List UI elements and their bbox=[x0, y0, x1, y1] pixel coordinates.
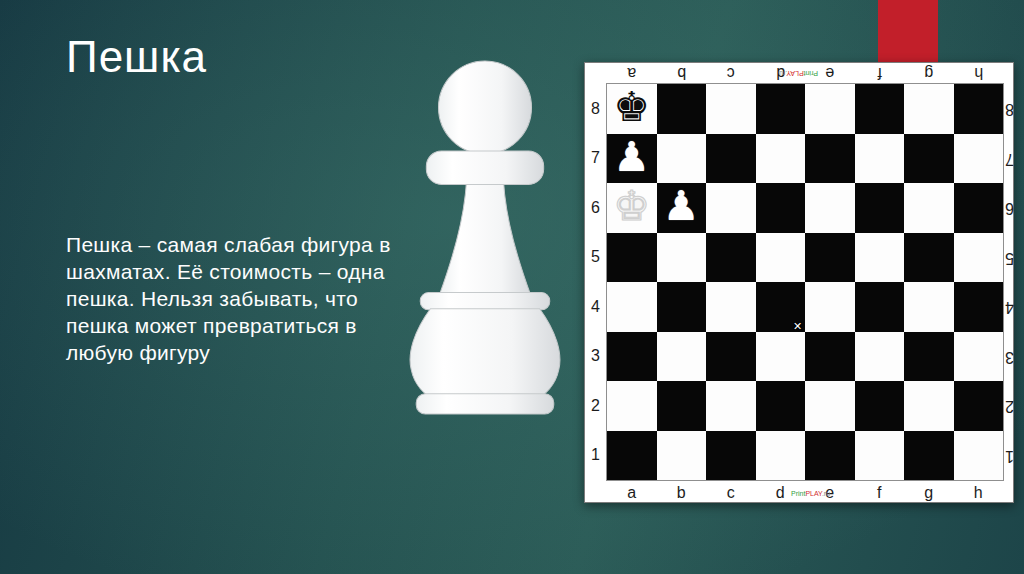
coordinate-label: a bbox=[607, 481, 657, 504]
white-pawn: ♟ bbox=[613, 137, 650, 178]
square-e6 bbox=[805, 183, 855, 233]
square-g2 bbox=[904, 381, 954, 431]
white-pawn: ♟ bbox=[663, 186, 700, 227]
watermark-text: .ru bbox=[779, 70, 787, 77]
coordinate-label: c bbox=[706, 63, 756, 83]
watermark-text: Print bbox=[791, 490, 805, 497]
square-g7 bbox=[904, 134, 954, 184]
square-b4 bbox=[657, 282, 707, 332]
square-e4 bbox=[805, 282, 855, 332]
square-a2 bbox=[607, 381, 657, 431]
square-c5 bbox=[706, 233, 756, 283]
square-d6 bbox=[756, 183, 806, 233]
square-a1 bbox=[607, 431, 657, 481]
square-d5 bbox=[756, 233, 806, 283]
square-h2 bbox=[954, 381, 1004, 431]
coordinate-label: b bbox=[657, 63, 707, 83]
square-b2 bbox=[657, 381, 707, 431]
square-e3 bbox=[805, 332, 855, 382]
coordinate-label: f bbox=[855, 481, 905, 504]
white-king: ♚ bbox=[613, 186, 650, 227]
coordinate-label: 4 bbox=[585, 282, 606, 332]
square-a4 bbox=[607, 282, 657, 332]
square-c6 bbox=[706, 183, 756, 233]
coordinate-label: 5 bbox=[1004, 233, 1015, 283]
square-b8 bbox=[657, 84, 707, 134]
coordinate-label: 2 bbox=[1004, 381, 1015, 431]
square-g5 bbox=[904, 233, 954, 283]
square-f5 bbox=[855, 233, 905, 283]
square-d7 bbox=[756, 134, 806, 184]
coordinate-label: 6 bbox=[585, 183, 606, 233]
square-a3 bbox=[607, 332, 657, 382]
square-c1 bbox=[706, 431, 756, 481]
coordinate-label: h bbox=[954, 63, 1004, 83]
coordinate-label: 8 bbox=[1004, 84, 1015, 134]
square-e1 bbox=[805, 431, 855, 481]
square-g8 bbox=[904, 84, 954, 134]
square-e2 bbox=[805, 381, 855, 431]
coordinate-label: 8 bbox=[585, 84, 606, 134]
pawn-illustration-icon bbox=[404, 60, 566, 416]
square-a6: ♚ bbox=[607, 183, 657, 233]
chess-board: abcdefgh abcdefgh 87654321 87654321 ♚♟♚♟… bbox=[584, 62, 1014, 503]
coordinate-label: 5 bbox=[585, 233, 606, 283]
coordinate-label: 3 bbox=[585, 332, 606, 382]
square-f3 bbox=[855, 332, 905, 382]
square-f6 bbox=[855, 183, 905, 233]
square-g3 bbox=[904, 332, 954, 382]
square-f1 bbox=[855, 431, 905, 481]
square-e7 bbox=[805, 134, 855, 184]
watermark-printplay-bottom: PrintPLAY.ru bbox=[791, 490, 830, 497]
square-f4 bbox=[855, 282, 905, 332]
square-a8: ♚ bbox=[607, 84, 657, 134]
body-text-line: пешка может превратиться в bbox=[66, 312, 446, 339]
square-d1 bbox=[756, 431, 806, 481]
square-b6: ♟ bbox=[657, 183, 707, 233]
coordinate-label: c bbox=[706, 481, 756, 504]
square-g6 bbox=[904, 183, 954, 233]
body-text-line: любую фигуру bbox=[66, 339, 446, 366]
square-h8 bbox=[954, 84, 1004, 134]
watermark-text: .ru bbox=[822, 490, 830, 497]
body-text-line: пешка. Нельзя забывать, что bbox=[66, 285, 446, 312]
body-text-line: шахматах. Её стоимость – одна bbox=[66, 258, 446, 285]
coordinate-label: 3 bbox=[1004, 332, 1015, 382]
coordinate-label: a bbox=[607, 63, 657, 83]
square-e8 bbox=[805, 84, 855, 134]
square-g1 bbox=[904, 431, 954, 481]
coordinate-label: g bbox=[904, 481, 954, 504]
watermark-printplay-top: PrintPLAY.ru bbox=[779, 70, 818, 77]
black-king: ♚ bbox=[613, 87, 650, 128]
coordinate-label: 6 bbox=[1004, 183, 1015, 233]
square-h6 bbox=[954, 183, 1004, 233]
body-text: Пешка – самая слабая фигура в шахматах. … bbox=[66, 231, 446, 366]
coordinate-label: b bbox=[657, 481, 707, 504]
slide-background: Пешка Пешка – самая слабая фигура в шахм… bbox=[0, 0, 1024, 574]
square-h1 bbox=[954, 431, 1004, 481]
watermark-text: PLAY bbox=[805, 490, 821, 497]
square-h4 bbox=[954, 282, 1004, 332]
square-b7 bbox=[657, 134, 707, 184]
coordinate-label: h bbox=[954, 481, 1004, 504]
square-d3 bbox=[756, 332, 806, 382]
square-c2 bbox=[706, 381, 756, 431]
coordinate-label: 1 bbox=[1004, 431, 1015, 481]
square-f2 bbox=[855, 381, 905, 431]
square-f8 bbox=[855, 84, 905, 134]
square-c4 bbox=[706, 282, 756, 332]
coordinate-label: 7 bbox=[585, 134, 606, 184]
square-a5 bbox=[607, 233, 657, 283]
square-b5 bbox=[657, 233, 707, 283]
square-h3 bbox=[954, 332, 1004, 382]
coordinate-label: 7 bbox=[1004, 134, 1015, 184]
square-c3 bbox=[706, 332, 756, 382]
square-c7 bbox=[706, 134, 756, 184]
square-h5 bbox=[954, 233, 1004, 283]
coordinate-label: g bbox=[904, 63, 954, 83]
mouse-cursor: ✕ bbox=[793, 321, 802, 332]
square-e5 bbox=[805, 233, 855, 283]
coordinate-label: 2 bbox=[585, 381, 606, 431]
coordinate-label: f bbox=[855, 63, 905, 83]
square-b1 bbox=[657, 431, 707, 481]
square-d2 bbox=[756, 381, 806, 431]
body-text-line: Пешка – самая слабая фигура в bbox=[66, 231, 446, 258]
square-c8 bbox=[706, 84, 756, 134]
square-g4 bbox=[904, 282, 954, 332]
page-title: Пешка bbox=[66, 32, 207, 82]
square-a7: ♟ bbox=[607, 134, 657, 184]
square-b3 bbox=[657, 332, 707, 382]
rank-labels-left: 87654321 bbox=[585, 84, 606, 480]
watermark-text: Print bbox=[804, 70, 818, 77]
coordinate-label: 4 bbox=[1004, 282, 1015, 332]
rank-labels-right: 87654321 bbox=[1004, 84, 1015, 480]
watermark-text: PLAY bbox=[787, 70, 803, 77]
square-h7 bbox=[954, 134, 1004, 184]
accent-ribbon bbox=[878, 0, 938, 62]
board-grid: ♚♟♚♟ bbox=[606, 83, 1004, 481]
square-f7 bbox=[855, 134, 905, 184]
square-d8 bbox=[756, 84, 806, 134]
coordinate-label: 1 bbox=[585, 431, 606, 481]
